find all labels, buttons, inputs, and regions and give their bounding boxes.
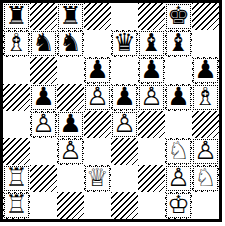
piece-glyph: ♙ bbox=[140, 84, 162, 109]
white-knight-piece: ♘ bbox=[193, 166, 218, 191]
square-h7[interactable] bbox=[192, 30, 219, 57]
black-bishop-piece: ♝ bbox=[139, 31, 164, 56]
square-d6[interactable]: ♟ bbox=[84, 57, 111, 84]
piece-glyph: ♝ bbox=[140, 30, 162, 55]
piece-glyph: ♞ bbox=[32, 30, 54, 55]
piece-glyph: ♟ bbox=[194, 57, 216, 82]
square-e3[interactable] bbox=[111, 138, 138, 165]
piece-glyph: ♘ bbox=[167, 138, 189, 163]
square-a3[interactable] bbox=[3, 138, 30, 165]
square-c4[interactable]: ♟ bbox=[57, 111, 84, 138]
square-a5[interactable] bbox=[3, 84, 30, 111]
square-e7[interactable]: ♛ bbox=[111, 30, 138, 57]
piece-glyph: ♙ bbox=[86, 84, 108, 109]
square-h6[interactable]: ♟ bbox=[192, 57, 219, 84]
piece-glyph: ♘ bbox=[194, 165, 216, 190]
square-d2[interactable]: ♕ bbox=[84, 165, 111, 192]
square-h8[interactable] bbox=[192, 3, 219, 30]
black-pawn-piece: ♟ bbox=[85, 58, 110, 83]
chess-diagram: ♜♜♚♗♞♞♛♝♝♟♟♟♟♙♟♙♟♗♙♟♙♙♘♙♖♕♙♘♖♔ bbox=[0, 0, 225, 226]
square-a4[interactable] bbox=[3, 111, 30, 138]
square-a2[interactable]: ♖ bbox=[3, 165, 30, 192]
piece-glyph: ♙ bbox=[113, 111, 135, 136]
square-b5[interactable]: ♟ bbox=[30, 84, 57, 111]
square-c3[interactable]: ♙ bbox=[57, 138, 84, 165]
square-a1[interactable]: ♖ bbox=[3, 192, 30, 219]
white-bishop-piece: ♗ bbox=[4, 31, 29, 56]
square-f6[interactable]: ♟ bbox=[138, 57, 165, 84]
white-rook-piece: ♖ bbox=[4, 193, 29, 218]
square-f8[interactable] bbox=[138, 3, 165, 30]
square-h5[interactable]: ♗ bbox=[192, 84, 219, 111]
piece-glyph: ♙ bbox=[167, 165, 189, 190]
square-c6[interactable] bbox=[57, 57, 84, 84]
piece-glyph: ♜ bbox=[5, 3, 27, 28]
black-rook-piece: ♜ bbox=[58, 4, 83, 29]
black-bishop-piece: ♝ bbox=[166, 31, 191, 56]
square-f2[interactable] bbox=[138, 165, 165, 192]
white-pawn-piece: ♙ bbox=[112, 112, 137, 137]
white-pawn-piece: ♙ bbox=[193, 139, 218, 164]
square-e8[interactable] bbox=[111, 3, 138, 30]
square-c2[interactable] bbox=[57, 165, 84, 192]
square-g6[interactable] bbox=[165, 57, 192, 84]
piece-glyph: ♟ bbox=[86, 57, 108, 82]
square-e6[interactable] bbox=[111, 57, 138, 84]
square-a7[interactable]: ♗ bbox=[3, 30, 30, 57]
white-pawn-piece: ♙ bbox=[139, 85, 164, 110]
white-knight-piece: ♘ bbox=[166, 139, 191, 164]
square-b2[interactable] bbox=[30, 165, 57, 192]
square-g1[interactable]: ♔ bbox=[165, 192, 192, 219]
square-d1[interactable] bbox=[84, 192, 111, 219]
white-bishop-piece: ♗ bbox=[193, 85, 218, 110]
board-frame: ♜♜♚♗♞♞♛♝♝♟♟♟♟♙♟♙♟♗♙♟♙♙♘♙♖♕♙♘♖♔ bbox=[0, 0, 222, 222]
piece-glyph: ♟ bbox=[59, 111, 81, 136]
square-d3[interactable] bbox=[84, 138, 111, 165]
square-b1[interactable] bbox=[30, 192, 57, 219]
square-b4[interactable]: ♙ bbox=[30, 111, 57, 138]
square-d4[interactable] bbox=[84, 111, 111, 138]
square-e1[interactable] bbox=[111, 192, 138, 219]
black-pawn-piece: ♟ bbox=[112, 85, 137, 110]
black-pawn-piece: ♟ bbox=[58, 112, 83, 137]
square-e4[interactable]: ♙ bbox=[111, 111, 138, 138]
white-pawn-piece: ♙ bbox=[31, 112, 56, 137]
square-g4[interactable] bbox=[165, 111, 192, 138]
piece-glyph: ♞ bbox=[59, 30, 81, 55]
square-b3[interactable] bbox=[30, 138, 57, 165]
black-king-piece: ♚ bbox=[166, 4, 191, 29]
square-c8[interactable]: ♜ bbox=[57, 3, 84, 30]
square-b7[interactable]: ♞ bbox=[30, 30, 57, 57]
square-a8[interactable]: ♜ bbox=[3, 3, 30, 30]
square-h4[interactable] bbox=[192, 111, 219, 138]
black-queen-piece: ♛ bbox=[112, 31, 137, 56]
square-e5[interactable]: ♟ bbox=[111, 84, 138, 111]
square-c5[interactable] bbox=[57, 84, 84, 111]
square-g7[interactable]: ♝ bbox=[165, 30, 192, 57]
square-b8[interactable] bbox=[30, 3, 57, 30]
square-e2[interactable] bbox=[111, 165, 138, 192]
white-rook-piece: ♖ bbox=[4, 166, 29, 191]
piece-glyph: ♙ bbox=[59, 138, 81, 163]
square-h3[interactable]: ♙ bbox=[192, 138, 219, 165]
square-g5[interactable]: ♟ bbox=[165, 84, 192, 111]
square-f3[interactable] bbox=[138, 138, 165, 165]
square-c1[interactable] bbox=[57, 192, 84, 219]
white-king-piece: ♔ bbox=[166, 193, 191, 218]
square-a6[interactable] bbox=[3, 57, 30, 84]
piece-glyph: ♗ bbox=[194, 84, 216, 109]
white-pawn-piece: ♙ bbox=[85, 85, 110, 110]
white-queen-piece: ♕ bbox=[85, 166, 110, 191]
square-h1[interactable] bbox=[192, 192, 219, 219]
piece-glyph: ♙ bbox=[194, 138, 216, 163]
piece-glyph: ♖ bbox=[5, 165, 27, 190]
square-d8[interactable] bbox=[84, 3, 111, 30]
piece-glyph: ♙ bbox=[32, 111, 54, 136]
piece-glyph: ♖ bbox=[5, 192, 27, 217]
black-pawn-piece: ♟ bbox=[139, 58, 164, 83]
piece-glyph: ♚ bbox=[167, 3, 189, 28]
piece-glyph: ♛ bbox=[113, 30, 135, 55]
white-pawn-piece: ♙ bbox=[166, 166, 191, 191]
square-h2[interactable]: ♘ bbox=[192, 165, 219, 192]
piece-glyph: ♔ bbox=[167, 192, 189, 217]
black-pawn-piece: ♟ bbox=[166, 85, 191, 110]
black-pawn-piece: ♟ bbox=[193, 58, 218, 83]
square-g3[interactable]: ♘ bbox=[165, 138, 192, 165]
piece-glyph: ♕ bbox=[86, 165, 108, 190]
piece-glyph: ♗ bbox=[5, 30, 27, 55]
square-g2[interactable]: ♙ bbox=[165, 165, 192, 192]
square-d5[interactable]: ♙ bbox=[84, 84, 111, 111]
white-pawn-piece: ♙ bbox=[58, 139, 83, 164]
black-knight-piece: ♞ bbox=[58, 31, 83, 56]
square-b6[interactable] bbox=[30, 57, 57, 84]
square-f4[interactable] bbox=[138, 111, 165, 138]
square-g8[interactable]: ♚ bbox=[165, 3, 192, 30]
piece-glyph: ♟ bbox=[32, 84, 54, 109]
chess-board: ♜♜♚♗♞♞♛♝♝♟♟♟♟♙♟♙♟♗♙♟♙♙♘♙♖♕♙♘♖♔ bbox=[3, 3, 219, 219]
piece-glyph: ♜ bbox=[59, 3, 81, 28]
square-d7[interactable] bbox=[84, 30, 111, 57]
piece-glyph: ♝ bbox=[167, 30, 189, 55]
square-f1[interactable] bbox=[138, 192, 165, 219]
piece-glyph: ♟ bbox=[140, 57, 162, 82]
square-c7[interactable]: ♞ bbox=[57, 30, 84, 57]
square-f7[interactable]: ♝ bbox=[138, 30, 165, 57]
piece-glyph: ♟ bbox=[113, 84, 135, 109]
black-knight-piece: ♞ bbox=[31, 31, 56, 56]
square-f5[interactable]: ♙ bbox=[138, 84, 165, 111]
black-rook-piece: ♜ bbox=[4, 4, 29, 29]
piece-glyph: ♟ bbox=[167, 84, 189, 109]
black-pawn-piece: ♟ bbox=[31, 85, 56, 110]
